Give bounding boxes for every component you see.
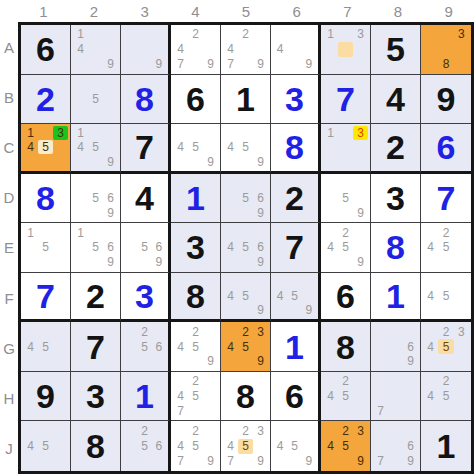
empty-slot — [238, 154, 253, 168]
empty-slot — [423, 275, 438, 289]
cell-G4[interactable]: 2459 — [171, 322, 221, 372]
cell-G8[interactable]: 69 — [371, 322, 421, 372]
candidate-2: 2 — [238, 27, 253, 42]
cell-D8[interactable]: 3 — [371, 174, 421, 224]
digit: 3 — [285, 82, 304, 116]
candidates: 49 — [271, 25, 318, 74]
empty-slot — [103, 42, 118, 57]
empty-slot — [188, 126, 203, 140]
candidate-4: 4 — [323, 439, 338, 454]
candidate-4: 4 — [423, 339, 438, 354]
cell-A9[interactable]: 38 — [421, 25, 471, 75]
empty-slot — [287, 27, 301, 42]
cell-D1[interactable]: 8 — [21, 174, 71, 224]
empty-slot — [238, 303, 253, 317]
cell-H3[interactable]: 1 — [121, 372, 171, 422]
digit: 8 — [86, 429, 105, 463]
candidate-9: 9 — [103, 205, 118, 220]
column-label-3: 3 — [119, 0, 170, 22]
digit: 2 — [36, 82, 55, 116]
cell-D3[interactable]: 4 — [121, 174, 171, 224]
empty-slot — [238, 176, 253, 191]
empty-slot — [38, 354, 53, 369]
candidate-5: 5 — [438, 389, 453, 404]
cell-H6[interactable]: 6 — [271, 372, 321, 422]
candidate-5: 5 — [88, 191, 103, 206]
candidate-6: 6 — [152, 439, 166, 454]
digit: 8 — [186, 279, 205, 313]
empty-slot — [73, 205, 88, 220]
empty-slot — [454, 57, 469, 72]
empty-slot — [454, 354, 469, 369]
cell-A4[interactable]: 2479 — [171, 25, 221, 75]
digit: 8 — [386, 230, 405, 264]
empty-slot — [253, 176, 268, 191]
cell-B5[interactable]: 1 — [221, 75, 271, 125]
candidates: 2479 — [221, 25, 270, 74]
empty-slot — [403, 389, 418, 404]
cell-C1[interactable]: 1345 — [21, 124, 71, 174]
empty-slot — [73, 154, 88, 168]
empty-slot — [338, 140, 353, 154]
cell-A8[interactable]: 5 — [371, 25, 421, 75]
empty-slot — [38, 255, 53, 270]
digit: 3 — [386, 181, 405, 215]
empty-slot — [323, 454, 338, 469]
candidate-9: 9 — [353, 205, 368, 220]
empty-slot — [203, 42, 218, 57]
cell-D4[interactable]: 1 — [171, 174, 221, 224]
empty-slot — [323, 205, 338, 220]
cell-G7[interactable]: 8 — [321, 322, 371, 372]
empty-slot — [73, 255, 88, 270]
candidate-5: 5 — [238, 339, 253, 354]
empty-slot — [203, 324, 218, 339]
empty-slot — [388, 454, 403, 469]
empty-slot — [137, 354, 151, 369]
empty-slot — [152, 27, 166, 42]
empty-slot — [273, 454, 287, 469]
candidate-4: 4 — [423, 240, 438, 255]
empty-slot — [152, 324, 166, 339]
empty-slot — [203, 27, 218, 42]
candidates: 245 — [421, 223, 471, 272]
empty-slot — [423, 374, 438, 389]
cell-F1[interactable]: 7 — [21, 273, 71, 323]
candidate-4: 4 — [223, 240, 238, 255]
cell-H9[interactable]: 245 — [421, 372, 471, 422]
empty-slot — [103, 106, 118, 121]
candidate-2: 2 — [238, 324, 253, 339]
empty-slot — [338, 176, 353, 191]
empty-slot — [88, 205, 103, 220]
cell-B7[interactable]: 7 — [321, 75, 371, 125]
candidate-5: 5 — [438, 240, 453, 255]
cell-E8[interactable]: 8 — [371, 223, 421, 273]
candidate-9: 9 — [302, 303, 316, 317]
cell-B9[interactable]: 9 — [421, 75, 471, 125]
empty-slot — [403, 404, 418, 419]
digit: 8 — [236, 379, 255, 413]
cell-E6[interactable]: 7 — [271, 223, 321, 273]
empty-slot — [73, 191, 88, 206]
candidate-9: 9 — [302, 454, 316, 469]
cell-A3[interactable]: 9 — [121, 25, 171, 75]
candidate-5: 5 — [88, 240, 103, 255]
candidate-9: 9 — [253, 255, 268, 270]
empty-slot — [353, 240, 368, 255]
candidate-5: 5 — [38, 439, 53, 454]
candidates: 2459 — [171, 322, 220, 371]
candidate-9: 9 — [203, 354, 218, 369]
candidate-6: 6 — [152, 339, 166, 354]
empty-slot — [123, 27, 137, 42]
cell-C6[interactable]: 8 — [271, 124, 321, 174]
empty-slot — [152, 423, 166, 438]
candidate-2: 2 — [338, 374, 353, 389]
candidate-9: 9 — [203, 57, 218, 72]
cell-E3[interactable]: 569 — [121, 223, 171, 273]
candidate-4: 4 — [273, 439, 287, 454]
empty-slot — [253, 339, 268, 354]
candidate-9: 9 — [152, 57, 166, 72]
cell-J3[interactable]: 256 — [121, 421, 171, 471]
digit: 1 — [285, 330, 304, 364]
empty-slot — [253, 289, 268, 303]
empty-slot — [223, 423, 238, 438]
candidate-5: 5 — [188, 339, 203, 354]
cell-G6[interactable]: 1 — [271, 322, 321, 372]
empty-slot — [103, 77, 118, 92]
empty-slot — [152, 225, 166, 240]
row-label-J: J — [0, 424, 18, 474]
cell-C5[interactable]: 459 — [221, 124, 271, 174]
empty-slot — [137, 27, 151, 42]
empty-slot — [373, 389, 388, 404]
cell-E7[interactable]: 2459 — [321, 223, 371, 273]
cell-G1[interactable]: 45 — [21, 322, 71, 372]
candidate-6: 6 — [103, 191, 118, 206]
cell-C2[interactable]: 1459 — [71, 124, 121, 174]
empty-slot — [323, 255, 338, 270]
candidate-5: 5 — [338, 240, 353, 255]
empty-slot — [338, 205, 353, 220]
empty-slot — [188, 57, 203, 72]
candidates: 13 — [321, 25, 370, 74]
empty-slot — [53, 324, 68, 339]
candidate-2: 2 — [188, 374, 203, 389]
empty-slot — [103, 91, 118, 106]
candidate-5: 5 — [338, 439, 353, 454]
empty-slot — [287, 57, 301, 72]
cell-G9[interactable]: 2345 — [421, 322, 471, 372]
empty-slot — [137, 42, 151, 57]
empty-slot — [373, 354, 388, 369]
empty-slot — [137, 57, 151, 72]
candidate-9: 9 — [103, 154, 118, 168]
cell-J6[interactable]: 459 — [271, 421, 321, 471]
empty-slot — [338, 126, 353, 140]
candidate-3: 3 — [253, 324, 268, 339]
candidate-5: 5 — [188, 439, 203, 454]
candidates: 256 — [121, 322, 168, 371]
cell-A6[interactable]: 49 — [271, 25, 321, 75]
candidate-5: 5 — [188, 140, 203, 154]
candidates: 569 — [221, 174, 270, 223]
cell-J8[interactable]: 679 — [371, 421, 421, 471]
candidate-7: 7 — [173, 404, 188, 419]
empty-slot — [454, 240, 469, 255]
empty-slot — [423, 404, 438, 419]
cell-F9[interactable]: 45 — [421, 273, 471, 323]
empty-slot — [188, 354, 203, 369]
candidates: 1569 — [71, 223, 120, 272]
cell-F2[interactable]: 2 — [71, 273, 121, 323]
empty-slot — [338, 404, 353, 419]
empty-slot — [302, 275, 316, 289]
empty-slot — [454, 289, 469, 303]
cell-D6[interactable]: 2 — [271, 174, 321, 224]
empty-slot — [323, 154, 338, 168]
empty-slot — [454, 374, 469, 389]
candidate-5: 5 — [137, 439, 151, 454]
cell-D9[interactable]: 7 — [421, 174, 471, 224]
cell-E1[interactable]: 15 — [21, 223, 71, 273]
candidates: 59 — [321, 174, 370, 223]
candidate-2: 2 — [188, 27, 203, 42]
digit: 8 — [36, 181, 55, 215]
cell-D5[interactable]: 569 — [221, 174, 271, 224]
cell-H7[interactable]: 245 — [321, 372, 371, 422]
digit: 2 — [386, 130, 405, 164]
digit: 6 — [437, 130, 456, 164]
empty-slot — [403, 423, 418, 438]
candidate-4: 4 — [223, 140, 238, 154]
empty-slot — [302, 439, 316, 454]
cell-F3[interactable]: 3 — [121, 273, 171, 323]
empty-slot — [353, 42, 368, 57]
row-label-C: C — [0, 122, 18, 172]
candidate-1: 1 — [23, 126, 38, 140]
cell-J5[interactable]: 234579 — [221, 421, 271, 471]
empty-slot — [23, 324, 38, 339]
cell-C7[interactable]: 13 — [321, 124, 371, 174]
empty-slot — [203, 339, 218, 354]
cell-J9[interactable]: 1 — [421, 421, 471, 471]
empty-slot — [438, 404, 453, 419]
cell-E2[interactable]: 1569 — [71, 223, 121, 273]
empty-slot — [123, 57, 137, 72]
candidate-5: 5 — [137, 339, 151, 354]
candidates: 2479 — [171, 25, 220, 74]
digit: 2 — [86, 279, 105, 313]
digit: 1 — [135, 379, 154, 413]
candidates: 569 — [121, 223, 168, 272]
cell-F4[interactable]: 8 — [171, 273, 221, 323]
empty-slot — [53, 240, 68, 255]
empty-slot — [73, 240, 88, 255]
digit: 3 — [135, 279, 154, 313]
candidate-9: 9 — [253, 354, 268, 369]
candidates: 15 — [21, 223, 70, 272]
cell-B6[interactable]: 3 — [271, 75, 321, 125]
cell-H4[interactable]: 2457 — [171, 372, 221, 422]
empty-slot — [238, 454, 253, 469]
cell-F8[interactable]: 1 — [371, 273, 421, 323]
empty-slot — [323, 404, 338, 419]
candidate-6: 6 — [253, 240, 268, 255]
cell-F7[interactable]: 6 — [321, 273, 371, 323]
cell-F5[interactable]: 459 — [221, 273, 271, 323]
empty-slot — [223, 354, 238, 369]
cell-G5[interactable]: 23459 — [221, 322, 271, 372]
candidates: 23459 — [321, 421, 370, 471]
cell-E5[interactable]: 4569 — [221, 223, 271, 273]
candidate-9: 9 — [253, 154, 268, 168]
digit: 1 — [437, 429, 456, 463]
empty-slot — [287, 42, 301, 57]
cell-H1[interactable]: 9 — [21, 372, 71, 422]
cell-J1[interactable]: 45 — [21, 421, 71, 471]
candidate-2: 2 — [338, 225, 353, 240]
candidate-9: 9 — [253, 454, 268, 469]
empty-slot — [23, 423, 38, 438]
cell-A7[interactable]: 13 — [321, 25, 371, 75]
empty-slot — [123, 454, 137, 469]
digit: 7 — [437, 181, 456, 215]
digit: 4 — [386, 82, 405, 116]
candidate-2: 2 — [438, 324, 453, 339]
cell-B1[interactable]: 2 — [21, 75, 71, 125]
empty-slot — [388, 389, 403, 404]
digit: 3 — [86, 379, 105, 413]
cell-H8[interactable]: 7 — [371, 372, 421, 422]
row-label-H: H — [0, 374, 18, 424]
row-label-B: B — [0, 72, 18, 122]
empty-slot — [223, 176, 238, 191]
empty-slot — [23, 240, 38, 255]
row-label-A: A — [0, 22, 18, 72]
candidate-9: 9 — [353, 255, 368, 270]
candidate-2: 2 — [438, 225, 453, 240]
candidate-9: 9 — [103, 57, 118, 72]
empty-slot — [103, 140, 118, 154]
candidate-5: 5 — [238, 140, 253, 154]
cell-C8[interactable]: 2 — [371, 124, 421, 174]
candidates: 245 — [421, 372, 471, 421]
empty-slot — [423, 225, 438, 240]
empty-slot — [454, 339, 469, 354]
candidate-5: 5 — [238, 240, 253, 255]
candidate-4: 4 — [23, 140, 38, 154]
candidate-6: 6 — [103, 240, 118, 255]
empty-slot — [438, 42, 453, 57]
cell-H5[interactable]: 8 — [221, 372, 271, 422]
empty-slot — [38, 225, 53, 240]
empty-slot — [403, 324, 418, 339]
empty-slot — [23, 154, 38, 168]
digit: 6 — [336, 279, 355, 313]
cell-A5[interactable]: 2479 — [221, 25, 271, 75]
cell-F6[interactable]: 459 — [271, 273, 321, 323]
candidates: 459 — [271, 421, 318, 471]
empty-slot — [53, 225, 68, 240]
empty-slot — [53, 354, 68, 369]
candidates: 13 — [321, 124, 370, 171]
empty-slot — [253, 126, 268, 140]
candidate-4: 4 — [23, 439, 38, 454]
cell-G2[interactable]: 7 — [71, 322, 121, 372]
row-label-D: D — [0, 173, 18, 223]
empty-slot — [123, 439, 137, 454]
candidate-1: 1 — [73, 225, 88, 240]
candidate-5: 5 — [287, 439, 301, 454]
empty-slot — [103, 176, 118, 191]
empty-slot — [188, 454, 203, 469]
cell-C4[interactable]: 459 — [171, 124, 221, 174]
cell-E9[interactable]: 245 — [421, 223, 471, 273]
empty-slot — [287, 275, 301, 289]
empty-slot — [454, 275, 469, 289]
cell-B3[interactable]: 8 — [121, 75, 171, 125]
candidate-1: 1 — [323, 126, 338, 140]
cell-E4[interactable]: 3 — [171, 223, 221, 273]
column-label-5: 5 — [221, 0, 272, 22]
candidate-5: 5 — [338, 191, 353, 206]
cell-D7[interactable]: 59 — [321, 174, 371, 224]
digit: 7 — [86, 330, 105, 364]
cell-C3[interactable]: 7 — [121, 124, 171, 174]
cell-H2[interactable]: 3 — [71, 372, 121, 422]
empty-slot — [373, 423, 388, 438]
cell-B2[interactable]: 5 — [71, 75, 121, 125]
empty-slot — [423, 42, 438, 57]
cell-B8[interactable]: 4 — [371, 75, 421, 125]
candidate-4: 4 — [423, 389, 438, 404]
empty-slot — [253, 225, 268, 240]
empty-slot — [123, 255, 137, 270]
empty-slot — [173, 374, 188, 389]
empty-slot — [353, 439, 368, 454]
empty-slot — [223, 275, 238, 289]
candidates: 45 — [421, 273, 471, 320]
cell-J4[interactable]: 24579 — [171, 421, 221, 471]
cell-G3[interactable]: 256 — [121, 322, 171, 372]
cell-B4[interactable]: 6 — [171, 75, 221, 125]
cell-A2[interactable]: 149 — [71, 25, 121, 75]
cell-C9[interactable]: 6 — [421, 124, 471, 174]
cell-A1[interactable]: 6 — [21, 25, 71, 75]
empty-slot — [88, 255, 103, 270]
candidate-5: 5 — [238, 289, 253, 303]
candidate-1: 1 — [73, 27, 88, 42]
column-label-1: 1 — [18, 0, 69, 22]
empty-slot — [238, 225, 253, 240]
empty-slot — [53, 154, 68, 168]
candidate-5: 5 — [238, 191, 253, 206]
cell-J7[interactable]: 23459 — [321, 421, 371, 471]
cell-J2[interactable]: 8 — [71, 421, 121, 471]
candidate-5-highlighted: 5 — [38, 140, 53, 154]
candidate-4: 4 — [223, 289, 238, 303]
column-label-7: 7 — [322, 0, 373, 22]
empty-slot — [302, 42, 316, 57]
empty-slot — [388, 339, 403, 354]
candidate-6: 6 — [152, 240, 166, 255]
candidate-3: 3 — [353, 423, 368, 438]
cell-D2[interactable]: 569 — [71, 174, 121, 224]
empty-slot — [287, 454, 301, 469]
